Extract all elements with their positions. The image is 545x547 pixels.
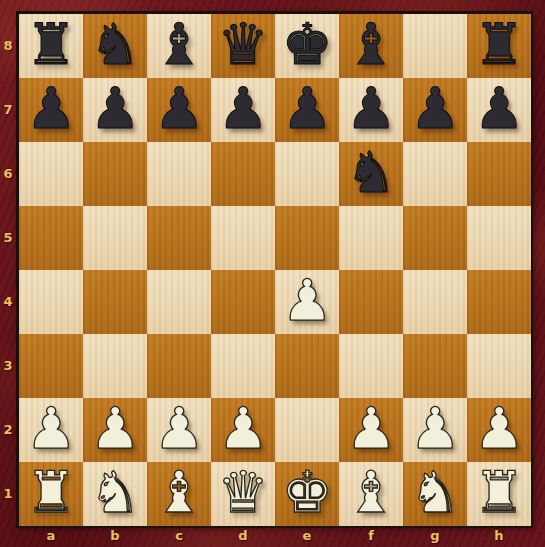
square-d6[interactable] [211, 142, 275, 206]
square-e6[interactable] [275, 142, 339, 206]
square-e7[interactable]: ♟ [275, 78, 339, 142]
square-b5[interactable] [83, 206, 147, 270]
black-pawn-a7[interactable]: ♟ [19, 78, 83, 142]
square-g5[interactable] [403, 206, 467, 270]
black-rook-h8[interactable]: ♜ [467, 14, 531, 78]
white-pawn-c2[interactable]: ♟ [147, 398, 211, 462]
rank-label-1: 1 [0, 462, 16, 526]
black-bishop-c8[interactable]: ♝ [147, 14, 211, 78]
rank-label-5: 5 [0, 206, 16, 270]
file-label-f: f [339, 527, 403, 547]
chess-board: ♜♞♝♛♚♝♜♟♟♟♟♟♟♟♟♞♟♟♟♟♟♟♟♟♜♞♝♛♚♝♞♜ [16, 11, 533, 528]
white-rook-h1[interactable]: ♜ [467, 462, 531, 526]
black-pawn-g7[interactable]: ♟ [403, 78, 467, 142]
black-pawn-e7[interactable]: ♟ [275, 78, 339, 142]
square-g8[interactable] [403, 14, 467, 78]
square-e8[interactable]: ♚ [275, 14, 339, 78]
square-a8[interactable]: ♜ [19, 14, 83, 78]
white-pawn-g2[interactable]: ♟ [403, 398, 467, 462]
square-g4[interactable] [403, 270, 467, 334]
white-pawn-h2[interactable]: ♟ [467, 398, 531, 462]
square-f1[interactable]: ♝ [339, 462, 403, 526]
white-queen-d1[interactable]: ♛ [211, 462, 275, 526]
square-f5[interactable] [339, 206, 403, 270]
square-h3[interactable] [467, 334, 531, 398]
square-g7[interactable]: ♟ [403, 78, 467, 142]
black-rook-a8[interactable]: ♜ [19, 14, 83, 78]
square-b3[interactable] [83, 334, 147, 398]
white-king-e1[interactable]: ♚ [275, 462, 339, 526]
chess-board-frame: ♜♞♝♛♚♝♜♟♟♟♟♟♟♟♟♞♟♟♟♟♟♟♟♟♜♞♝♛♚♝♞♜ 8765432… [0, 0, 545, 547]
square-h4[interactable] [467, 270, 531, 334]
rank-label-8: 8 [0, 14, 16, 78]
square-f7[interactable]: ♟ [339, 78, 403, 142]
rank-label-3: 3 [0, 334, 16, 398]
black-knight-f6[interactable]: ♞ [339, 142, 403, 206]
white-bishop-c1[interactable]: ♝ [147, 462, 211, 526]
file-label-c: c [147, 527, 211, 547]
square-b2[interactable]: ♟ [83, 398, 147, 462]
black-bishop-f8[interactable]: ♝ [339, 14, 403, 78]
square-f4[interactable] [339, 270, 403, 334]
square-g2[interactable]: ♟ [403, 398, 467, 462]
file-label-a: a [19, 527, 83, 547]
file-label-g: g [403, 527, 467, 547]
square-g6[interactable] [403, 142, 467, 206]
white-pawn-d2[interactable]: ♟ [211, 398, 275, 462]
square-c8[interactable]: ♝ [147, 14, 211, 78]
square-d4[interactable] [211, 270, 275, 334]
square-f6[interactable]: ♞ [339, 142, 403, 206]
square-d5[interactable] [211, 206, 275, 270]
file-label-b: b [83, 527, 147, 547]
square-c4[interactable] [147, 270, 211, 334]
square-e1[interactable]: ♚ [275, 462, 339, 526]
square-a6[interactable] [19, 142, 83, 206]
white-knight-g1[interactable]: ♞ [403, 462, 467, 526]
square-e3[interactable] [275, 334, 339, 398]
black-pawn-b7[interactable]: ♟ [83, 78, 147, 142]
square-b8[interactable]: ♞ [83, 14, 147, 78]
square-g1[interactable]: ♞ [403, 462, 467, 526]
square-d3[interactable] [211, 334, 275, 398]
square-b7[interactable]: ♟ [83, 78, 147, 142]
square-c5[interactable] [147, 206, 211, 270]
black-pawn-h7[interactable]: ♟ [467, 78, 531, 142]
square-a1[interactable]: ♜ [19, 462, 83, 526]
square-c2[interactable]: ♟ [147, 398, 211, 462]
square-f8[interactable]: ♝ [339, 14, 403, 78]
rank-label-6: 6 [0, 142, 16, 206]
square-a2[interactable]: ♟ [19, 398, 83, 462]
square-d1[interactable]: ♛ [211, 462, 275, 526]
square-c6[interactable] [147, 142, 211, 206]
square-a3[interactable] [19, 334, 83, 398]
black-queen-d8[interactable]: ♛ [211, 14, 275, 78]
square-e5[interactable] [275, 206, 339, 270]
square-e2[interactable] [275, 398, 339, 462]
white-pawn-b2[interactable]: ♟ [83, 398, 147, 462]
file-label-h: h [467, 527, 531, 547]
white-bishop-f1[interactable]: ♝ [339, 462, 403, 526]
square-f3[interactable] [339, 334, 403, 398]
black-king-e8[interactable]: ♚ [275, 14, 339, 78]
square-a7[interactable]: ♟ [19, 78, 83, 142]
black-pawn-f7[interactable]: ♟ [339, 78, 403, 142]
square-d7[interactable]: ♟ [211, 78, 275, 142]
black-knight-b8[interactable]: ♞ [83, 14, 147, 78]
square-d8[interactable]: ♛ [211, 14, 275, 78]
square-b6[interactable] [83, 142, 147, 206]
square-f2[interactable]: ♟ [339, 398, 403, 462]
square-h6[interactable] [467, 142, 531, 206]
white-pawn-f2[interactable]: ♟ [339, 398, 403, 462]
square-g3[interactable] [403, 334, 467, 398]
square-d2[interactable]: ♟ [211, 398, 275, 462]
rank-label-2: 2 [0, 398, 16, 462]
square-c1[interactable]: ♝ [147, 462, 211, 526]
rank-label-7: 7 [0, 78, 16, 142]
square-h8[interactable]: ♜ [467, 14, 531, 78]
black-pawn-c7[interactable]: ♟ [147, 78, 211, 142]
square-b1[interactable]: ♞ [83, 462, 147, 526]
square-a5[interactable] [19, 206, 83, 270]
square-a4[interactable] [19, 270, 83, 334]
square-c7[interactable]: ♟ [147, 78, 211, 142]
square-h5[interactable] [467, 206, 531, 270]
white-knight-b1[interactable]: ♞ [83, 462, 147, 526]
square-b4[interactable] [83, 270, 147, 334]
square-e4[interactable]: ♟ [275, 270, 339, 334]
square-h2[interactable]: ♟ [467, 398, 531, 462]
rank-label-4: 4 [0, 270, 16, 334]
black-pawn-d7[interactable]: ♟ [211, 78, 275, 142]
square-h7[interactable]: ♟ [467, 78, 531, 142]
white-pawn-e4[interactable]: ♟ [275, 270, 339, 334]
square-h1[interactable]: ♜ [467, 462, 531, 526]
white-rook-a1[interactable]: ♜ [19, 462, 83, 526]
file-label-d: d [211, 527, 275, 547]
square-c3[interactable] [147, 334, 211, 398]
white-pawn-a2[interactable]: ♟ [19, 398, 83, 462]
file-label-e: e [275, 527, 339, 547]
